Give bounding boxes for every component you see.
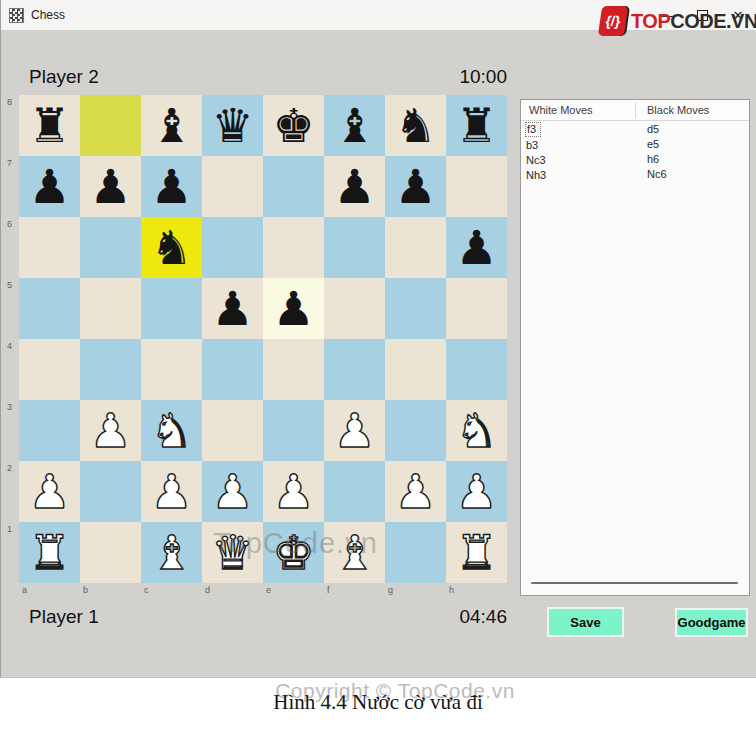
rank-label-2: 2 (7, 463, 12, 473)
square-h2[interactable]: ♟ (446, 461, 507, 522)
rank-label-1: 1 (7, 524, 12, 534)
square-f7[interactable]: ♟ (324, 156, 385, 217)
black-move-cell[interactable]: h6 (647, 152, 745, 167)
file-label-b: b (83, 585, 88, 595)
goodgame-button[interactable]: Goodgame (675, 608, 748, 637)
square-e7[interactable] (263, 156, 324, 217)
square-h8[interactable]: ♜ (446, 95, 507, 156)
square-f1[interactable]: ♝ (324, 522, 385, 583)
white-pawn[interactable]: ♟ (89, 407, 131, 454)
move-list-panel: White Moves Black Moves f3b3Nc3Nh3 d5e5h… (520, 99, 750, 596)
square-b3[interactable]: ♟ (80, 400, 141, 461)
player1-timer: 04:46 (419, 606, 507, 628)
square-a3[interactable] (19, 400, 80, 461)
black-bishop[interactable]: ♝ (333, 102, 375, 149)
square-c4[interactable] (141, 339, 202, 400)
white-knight[interactable]: ♞ (150, 407, 192, 454)
black-king[interactable]: ♚ (272, 102, 314, 149)
square-g4[interactable] (385, 339, 446, 400)
square-c6[interactable]: ♞ (141, 217, 202, 278)
square-c1[interactable]: ♝ (141, 522, 202, 583)
white-king[interactable]: ♚ (272, 529, 314, 576)
square-b6[interactable] (80, 217, 141, 278)
rank-labels: 87654321 (1, 95, 19, 583)
square-d2[interactable]: ♟ (202, 461, 263, 522)
square-e8[interactable]: ♚ (263, 95, 324, 156)
rank-label-7: 7 (7, 158, 12, 168)
square-a4[interactable] (19, 339, 80, 400)
black-pawn[interactable]: ♟ (28, 163, 70, 210)
figure-caption: Hình 4.4 Nước cờ vừa đi (273, 690, 482, 715)
black-queen[interactable]: ♛ (211, 102, 253, 149)
black-bishop[interactable]: ♝ (150, 102, 192, 149)
white-pawn[interactable]: ♟ (28, 468, 70, 515)
square-f8[interactable]: ♝ (324, 95, 385, 156)
chess-board: ♜♝♛♚♝♞♜♟♟♟♟♟♞♟♟♟♟♞♟♞♟♟♟♟♟♟♜♝♛♚♝♜ (19, 95, 507, 583)
rank-label-8: 8 (7, 97, 12, 107)
black-rook[interactable]: ♜ (455, 102, 497, 149)
white-pawn[interactable]: ♟ (211, 468, 253, 515)
black-knight[interactable]: ♞ (150, 224, 192, 271)
white-moves-header[interactable]: White Moves (529, 104, 593, 116)
square-h5[interactable] (446, 278, 507, 339)
white-knight[interactable]: ♞ (455, 407, 497, 454)
file-label-f: f (327, 585, 330, 595)
black-pawn[interactable]: ♟ (272, 285, 314, 332)
black-pawn[interactable]: ♟ (333, 163, 375, 210)
square-c8[interactable]: ♝ (141, 95, 202, 156)
square-d4[interactable] (202, 339, 263, 400)
logo-text-dark: CODE.VN (670, 10, 756, 32)
file-label-g: g (388, 585, 393, 595)
square-e4[interactable] (263, 339, 324, 400)
square-d1[interactable]: ♛ (202, 522, 263, 583)
white-bishop[interactable]: ♝ (150, 529, 192, 576)
square-e2[interactable]: ♟ (263, 461, 324, 522)
square-a6[interactable] (19, 217, 80, 278)
player2-name: Player 2 (29, 66, 99, 88)
player1-name: Player 1 (29, 606, 99, 628)
black-move-cell[interactable]: e5 (647, 137, 745, 152)
square-e5[interactable]: ♟ (263, 278, 324, 339)
square-c7[interactable]: ♟ (141, 156, 202, 217)
square-g1[interactable] (385, 522, 446, 583)
square-d5[interactable]: ♟ (202, 278, 263, 339)
file-label-a: a (22, 585, 27, 595)
square-d7[interactable] (202, 156, 263, 217)
black-move-cell[interactable]: Nc6 (647, 167, 745, 182)
rank-label-5: 5 (7, 280, 12, 290)
square-e6[interactable] (263, 217, 324, 278)
white-moves-column: f3b3Nc3Nh3 (526, 122, 636, 183)
black-knight[interactable]: ♞ (394, 102, 436, 149)
window-title: Chess (31, 8, 65, 22)
square-c2[interactable]: ♟ (141, 461, 202, 522)
black-pawn[interactable]: ♟ (394, 163, 436, 210)
square-e1[interactable]: ♚ (263, 522, 324, 583)
move-list-scrollbar[interactable] (531, 582, 738, 584)
square-e3[interactable] (263, 400, 324, 461)
square-g6[interactable] (385, 217, 446, 278)
save-button[interactable]: Save (547, 607, 624, 637)
square-b5[interactable] (80, 278, 141, 339)
square-a8[interactable]: ♜ (19, 95, 80, 156)
file-label-c: c (144, 585, 149, 595)
app-window: Chess — ✕ Player 2 10:00 87654321 ♜♝♛♚♝♞… (0, 0, 756, 678)
black-move-cell[interactable]: d5 (647, 122, 745, 137)
square-g7[interactable]: ♟ (385, 156, 446, 217)
white-move-cell[interactable]: Nc3 (526, 153, 636, 168)
square-b8[interactable] (80, 95, 141, 156)
black-moves-header[interactable]: Black Moves (647, 104, 709, 116)
file-labels: abcdefgh (19, 585, 507, 597)
square-d3[interactable] (202, 400, 263, 461)
white-pawn[interactable]: ♟ (455, 468, 497, 515)
file-label-d: d (205, 585, 210, 595)
white-rook[interactable]: ♜ (28, 529, 70, 576)
square-b1[interactable] (80, 522, 141, 583)
square-g2[interactable]: ♟ (385, 461, 446, 522)
white-queen[interactable]: ♛ (211, 529, 253, 576)
white-move-cell[interactable]: Nh3 (526, 168, 636, 183)
square-d8[interactable]: ♛ (202, 95, 263, 156)
square-g5[interactable] (385, 278, 446, 339)
square-a2[interactable]: ♟ (19, 461, 80, 522)
column-separator (635, 102, 636, 118)
brand-logo: {/} TOPCODE.VN (600, 6, 756, 36)
rank-label-3: 3 (7, 402, 12, 412)
square-a5[interactable] (19, 278, 80, 339)
logo-text-red: TOP (631, 10, 670, 32)
black-rook[interactable]: ♜ (28, 102, 70, 149)
player2-timer: 10:00 (419, 66, 507, 88)
square-h3[interactable]: ♞ (446, 400, 507, 461)
square-a7[interactable]: ♟ (19, 156, 80, 217)
square-h6[interactable]: ♟ (446, 217, 507, 278)
square-c3[interactable]: ♞ (141, 400, 202, 461)
file-label-h: h (449, 585, 454, 595)
chess-app-icon (9, 8, 24, 23)
square-f6[interactable] (324, 217, 385, 278)
white-pawn[interactable]: ♟ (333, 407, 375, 454)
square-d6[interactable] (202, 217, 263, 278)
square-h1[interactable]: ♜ (446, 522, 507, 583)
move-list-header: White Moves Black Moves (521, 100, 749, 121)
square-c5[interactable] (141, 278, 202, 339)
white-move-cell[interactable]: f3 (525, 122, 541, 137)
rank-label-4: 4 (7, 341, 12, 351)
square-b4[interactable] (80, 339, 141, 400)
white-move-cell[interactable]: b3 (526, 138, 636, 153)
square-b2[interactable] (80, 461, 141, 522)
black-pawn[interactable]: ♟ (89, 163, 131, 210)
square-a1[interactable]: ♜ (19, 522, 80, 583)
white-pawn[interactable]: ♟ (150, 468, 192, 515)
square-f5[interactable] (324, 278, 385, 339)
file-label-e: e (266, 585, 271, 595)
square-f4[interactable] (324, 339, 385, 400)
white-pawn[interactable]: ♟ (394, 468, 436, 515)
square-g3[interactable] (385, 400, 446, 461)
topcode-logo-icon: {/} (598, 6, 628, 36)
rank-label-6: 6 (7, 219, 12, 229)
white-pawn[interactable]: ♟ (272, 468, 314, 515)
square-h4[interactable] (446, 339, 507, 400)
white-rook[interactable]: ♜ (455, 529, 497, 576)
square-b7[interactable]: ♟ (80, 156, 141, 217)
square-g8[interactable]: ♞ (385, 95, 446, 156)
black-moves-column: d5e5h6Nc6 (647, 122, 745, 182)
square-h7[interactable] (446, 156, 507, 217)
black-pawn[interactable]: ♟ (455, 224, 497, 271)
black-pawn[interactable]: ♟ (150, 163, 192, 210)
white-bishop[interactable]: ♝ (333, 529, 375, 576)
topcode-logo-text: TOPCODE.VN (631, 10, 756, 33)
square-f3[interactable]: ♟ (324, 400, 385, 461)
square-f2[interactable] (324, 461, 385, 522)
black-pawn[interactable]: ♟ (211, 285, 253, 332)
